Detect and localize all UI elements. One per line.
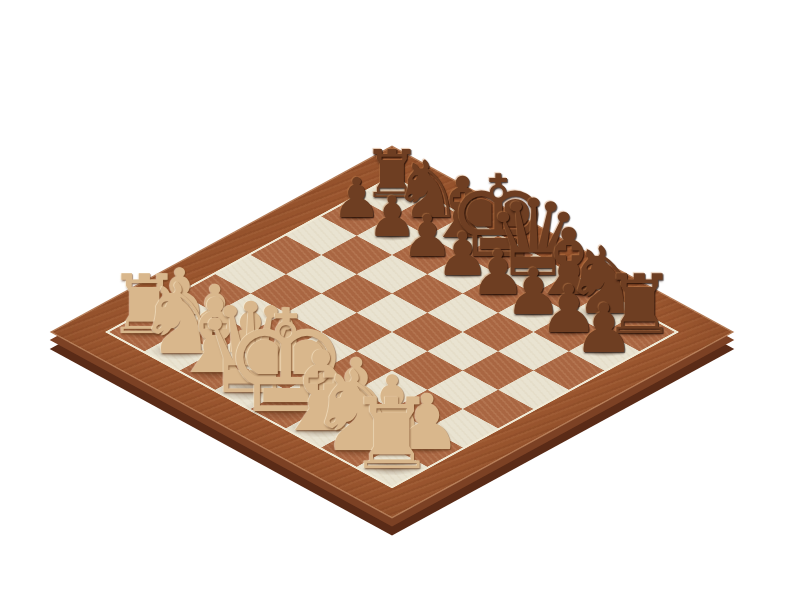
board-squares <box>109 178 675 486</box>
maple-inlay-border <box>105 176 679 489</box>
chess-board <box>50 146 734 519</box>
chess-set-photo: ♜♞♝♚♛♝♞♜♟♟♟♟♟♟♟♟♟♟♟♟♟♟♟♟♜♞♝♛♚♝♞♜ <box>0 0 800 600</box>
